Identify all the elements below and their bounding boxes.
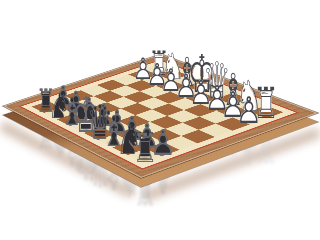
chess-3d-scene[interactable]: ♜♞♝♛♚♝♞♜♟♟♟♟♟♟♟♟♟♟♟♟♟♟♟♟♜♞♝♛♚♝♞♜ ♜♖♞♘♝♗♛… — [0, 0, 320, 240]
pieces-layer: ♜♖♞♘♝♗♛♕♚♔♝♗♞♘♜♖♟♙♟♙♟♙♟♙♟♙♟♙♟♙♟♙♟♙♟♙♟♙♟♙… — [0, 0, 320, 240]
